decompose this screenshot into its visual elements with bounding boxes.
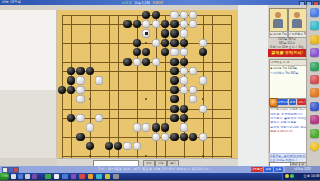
white-player-avatar [288,8,307,32]
window-title: 바둑 대국실 [2,0,21,4]
go-board[interactable] [57,10,238,158]
stone-black [180,105,188,113]
stone-white [152,58,160,66]
stone-white [180,11,188,19]
title-info-item: EVENT [153,1,164,5]
taskbar-app-icon[interactable] [113,174,119,180]
stone-white [152,20,160,28]
chat-line: 신의한수님이 입장하셨습니다. [270,108,307,112]
taskbar-app-icon[interactable] [54,174,60,180]
game-list-row[interactable]: □ 신의한수 9단 845승 [270,71,307,77]
stone-black [170,86,178,94]
game-rule-line: 제한시간 20분 초읽기 30초 [268,45,306,49]
stone-black [170,67,178,75]
taskbar-app-icon[interactable] [62,174,68,180]
stone-black [76,133,84,141]
right-icon-rail [306,5,320,166]
system-tray: 오후 10:08 [282,173,320,181]
stone-black [161,29,169,37]
panel-button[interactable]: 관전 [289,99,296,105]
stone-white [199,105,207,113]
notice-marquee: · 공지 : 정기점검 안내 - 매주 목요일 새벽 2시~4시 서비스가 중단… [95,167,211,171]
stone-white [180,76,188,84]
status-button[interactable]: 설정 [264,167,273,172]
end-game-button[interactable]: 대국종료 [251,167,263,172]
taskbar: 시작 오후 10:08 [0,173,320,181]
avatar-head [275,12,281,18]
stone-black [58,86,66,94]
stone-black [170,76,178,84]
tray-icon[interactable] [285,174,289,178]
stone-black [152,11,160,19]
quicklaunch-icon[interactable] [32,174,37,179]
last-move-marker [145,32,148,35]
stone-black [161,123,169,131]
stone-white [180,86,188,94]
tray-icon[interactable] [290,174,294,178]
right-info-panel: ● 대마왕 7단 ○ 신의한수 9단 1023승 987패 845승 512패 … [268,5,306,166]
chat-line: 대마왕: 잘 부탁드립니다 [270,113,307,117]
stone-black [170,58,178,66]
stone-black [76,67,84,75]
left-panel-top [0,10,57,90]
stone-white [133,58,141,66]
stone-white [76,114,84,122]
stone-black [123,58,131,66]
taskbar-app-icon[interactable] [79,174,85,180]
stone-white [152,39,160,47]
taskbar-app-icon[interactable] [88,174,94,180]
leave-button[interactable]: 나가기 [297,99,306,105]
avatar-body [273,19,283,28]
star-point [202,155,204,157]
avatar-body [292,19,302,28]
stone-white [170,11,178,19]
black-player-avatar [269,8,288,32]
quicklaunch-icon[interactable] [25,174,30,179]
stone-white [180,123,188,131]
stone-black [170,39,178,47]
stone-black [170,105,178,113]
taskbar-app-icon[interactable] [105,174,111,180]
settings-icon[interactable] [310,102,319,111]
left-panel-bottom [0,90,57,158]
chat-log: 신의한수님이 입장하셨습니다.대마왕: 잘 부탁드립니다신의한수: 좋은 대국 … [269,107,309,156]
star-point [89,155,91,157]
stone-black [180,58,188,66]
stone-black [123,20,131,28]
title-info-strip: 대국중접속 1,234EVENT [122,1,166,5]
stone-black [170,20,178,28]
chat-line: 덤은 6.5집입니다 [270,130,307,134]
board-right-margin [238,5,268,166]
stone-black [67,76,75,84]
stone-white [76,86,84,94]
quicklaunch-icon[interactable] [18,174,23,179]
smiley-icon[interactable] [310,142,319,151]
chat-line: 순위전 제한시간 20분 30초 3회 [270,126,307,130]
save-icon[interactable] [310,129,319,138]
taskbar-app-icon[interactable] [96,174,102,180]
stone-black [170,29,178,37]
stone-white [180,29,188,37]
mail-icon[interactable] [310,88,319,97]
title-info-item: 접속 1,234 [135,1,150,5]
chart-icon[interactable] [310,115,319,124]
rank-icon[interactable] [310,21,319,30]
desktop-screen: 바둑 대국실 대국중접속 1,234EVENT 수순이동닫기 ● 대마왕 7단 … [0,0,320,180]
stone-white [76,76,84,84]
start-button[interactable]: 시작 [0,173,9,180]
chat-line: 관전자 12명 입장중 [270,121,307,125]
status-button[interactable]: 도움 [274,167,283,172]
tray-clock: 오후 10:08 [303,174,319,178]
record-icon[interactable] [310,62,319,71]
stone-black [133,39,141,47]
stone-black [180,133,188,141]
stone-white [133,123,141,131]
quicklaunch-icon[interactable] [11,174,16,179]
gift-icon[interactable] [310,48,319,57]
shop-icon[interactable] [310,35,319,44]
avatar-head [294,12,300,18]
stone-black [170,114,178,122]
friends-icon[interactable] [310,8,319,17]
stone-white [199,76,207,84]
stone-black [170,133,178,141]
taskbar-app-icon[interactable] [45,174,51,180]
alarm-icon[interactable] [310,75,319,84]
title-info-item: 대국중 [122,1,132,5]
game-info-list: 대국정보 흑 백 ■ 대마왕 7단 1023승□ 신의한수 9단 845승 [269,59,308,99]
stone-black [180,39,188,47]
stone-white [86,123,94,131]
stone-black [152,123,160,131]
stone-white [199,133,207,141]
stone-white [199,39,207,47]
promo-banner[interactable]: 결제를 부탁드려! [268,49,306,57]
panel-toolbar: 대국신청관전나가기 [268,98,306,106]
stone-white [152,133,160,141]
chat-line: 신의한수: 좋은 대국 되세요 [270,117,307,121]
panel-button[interactable]: 대국신청 [277,99,288,105]
taskbar-app-icon[interactable] [71,174,77,180]
